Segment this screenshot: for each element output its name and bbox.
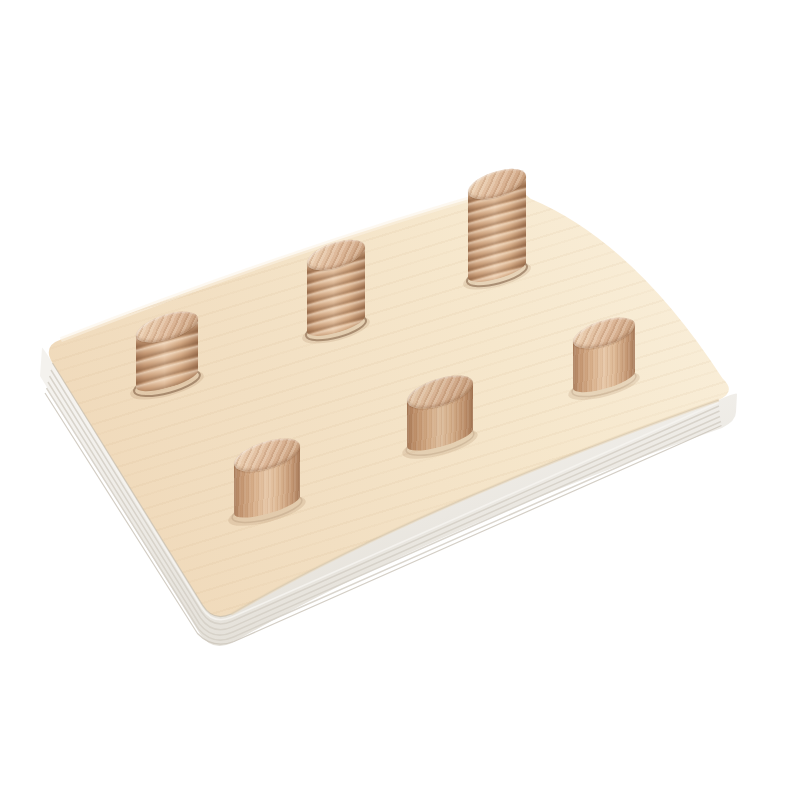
peg-back-middle-threaded-medium[interactable]: [307, 234, 365, 341]
peg-back-left-threaded-short[interactable]: [136, 306, 198, 397]
scene: [0, 0, 800, 800]
peg-front-middle-smooth-short[interactable]: [407, 369, 473, 456]
peg-front-right-smooth-short[interactable]: [573, 312, 635, 398]
peg-back-right-threaded-tall[interactable]: [468, 163, 526, 287]
peg-front-left-smooth-short[interactable]: [234, 432, 300, 523]
peg-layer: [0, 0, 800, 800]
